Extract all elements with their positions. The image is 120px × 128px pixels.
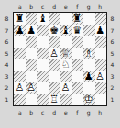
square-g1[interactable]: ♔ xyxy=(83,94,95,106)
file-label-e: e xyxy=(60,2,72,11)
square-a8[interactable]: ♜ xyxy=(14,13,26,25)
white-pawn: ♙ xyxy=(49,48,61,60)
square-b4[interactable] xyxy=(26,59,38,71)
square-f3[interactable] xyxy=(72,71,84,83)
rank-label-1: 1 xyxy=(108,94,117,106)
rank-label-3: 3 xyxy=(2,71,11,83)
square-a2[interactable]: ♙ xyxy=(14,82,26,94)
square-g6[interactable] xyxy=(83,36,95,48)
square-b6[interactable] xyxy=(26,36,38,48)
white-king: ♔ xyxy=(83,94,95,106)
rank-label-2: 2 xyxy=(108,82,117,94)
rank-label-1: 1 xyxy=(2,94,11,106)
rank-label-2: 2 xyxy=(2,82,11,94)
square-h7[interactable]: ♟ xyxy=(95,25,107,37)
rank-label-3: 3 xyxy=(108,71,117,83)
square-g5[interactable]: ♗ xyxy=(83,48,95,60)
square-e2[interactable]: ♙ xyxy=(60,82,72,94)
square-g8[interactable] xyxy=(83,13,95,25)
square-c6[interactable] xyxy=(37,36,49,48)
white-pawn: ♙ xyxy=(26,82,38,94)
square-d1[interactable]: ♖ xyxy=(49,94,61,106)
square-d3[interactable] xyxy=(49,71,61,83)
rank-label-7: 7 xyxy=(108,25,117,37)
white-rook: ♖ xyxy=(49,94,61,106)
square-h8[interactable] xyxy=(95,13,107,25)
square-f2[interactable] xyxy=(72,82,84,94)
rank-label-5: 5 xyxy=(2,48,11,60)
rank-label-8: 8 xyxy=(2,13,11,25)
file-label-b: b xyxy=(26,2,38,11)
white-pawn: ♙ xyxy=(14,82,26,94)
square-h5[interactable] xyxy=(95,48,107,60)
black-pawn: ♟ xyxy=(95,25,107,37)
square-h2[interactable] xyxy=(95,82,107,94)
file-label-g: g xyxy=(83,2,95,11)
black-bishop: ♝ xyxy=(60,25,72,37)
square-c1[interactable] xyxy=(37,94,49,106)
square-d7[interactable]: ♚ xyxy=(49,25,61,37)
white-knight: ♘ xyxy=(60,59,72,71)
file-label-h: h xyxy=(95,2,107,11)
square-a6[interactable] xyxy=(14,36,26,48)
square-f7[interactable]: ♛ xyxy=(72,25,84,37)
square-f6[interactable] xyxy=(72,36,84,48)
black-queen: ♛ xyxy=(72,25,84,37)
file-labels-bottom: abcdefgh xyxy=(14,108,106,117)
square-e6[interactable] xyxy=(60,36,72,48)
square-b8[interactable] xyxy=(26,13,38,25)
square-a1[interactable] xyxy=(14,94,26,106)
file-label-c: c xyxy=(37,108,49,117)
square-g4[interactable] xyxy=(83,59,95,71)
square-d4[interactable] xyxy=(49,59,61,71)
white-pawn: ♙ xyxy=(60,82,72,94)
square-b1[interactable] xyxy=(26,94,38,106)
black-bishop: ♝ xyxy=(37,13,49,25)
square-b5[interactable] xyxy=(26,48,38,60)
file-label-d: d xyxy=(49,108,61,117)
file-label-f: f xyxy=(72,2,84,11)
rank-label-6: 6 xyxy=(108,36,117,48)
file-label-a: a xyxy=(14,108,26,117)
square-h4[interactable] xyxy=(95,59,107,71)
file-label-b: b xyxy=(26,108,38,117)
square-f8[interactable]: ♜ xyxy=(72,13,84,25)
square-d8[interactable] xyxy=(49,13,61,25)
black-rook: ♜ xyxy=(14,13,26,25)
rank-label-6: 6 xyxy=(2,36,11,48)
file-label-e: e xyxy=(60,108,72,117)
black-pawn: ♟ xyxy=(83,71,95,83)
square-g2[interactable] xyxy=(83,82,95,94)
rank-label-4: 4 xyxy=(2,59,11,71)
square-h1[interactable] xyxy=(95,94,107,106)
square-e4[interactable]: ♘ xyxy=(60,59,72,71)
black-rook: ♜ xyxy=(72,13,84,25)
square-e7[interactable]: ♝ xyxy=(60,25,72,37)
square-e1[interactable] xyxy=(60,94,72,106)
square-f1[interactable] xyxy=(72,94,84,106)
square-c3[interactable] xyxy=(37,71,49,83)
black-king: ♚ xyxy=(49,25,61,37)
chess-board: ♜♝♜♟♟♚♝♛♟♙♕♗♘♟♙♙♙♙♖♔ xyxy=(13,12,107,106)
square-a7[interactable]: ♟ xyxy=(14,25,26,37)
square-g7[interactable] xyxy=(83,25,95,37)
white-bishop: ♗ xyxy=(83,48,95,60)
square-c5[interactable] xyxy=(37,48,49,60)
square-f4[interactable] xyxy=(72,59,84,71)
square-d6[interactable] xyxy=(49,36,61,48)
rank-label-8: 8 xyxy=(108,13,117,25)
square-a5[interactable] xyxy=(14,48,26,60)
square-c2[interactable] xyxy=(37,82,49,94)
square-h6[interactable] xyxy=(95,36,107,48)
square-a4[interactable] xyxy=(14,59,26,71)
square-b2[interactable]: ♙ xyxy=(26,82,38,94)
square-h3[interactable]: ♙ xyxy=(95,71,107,83)
file-label-c: c xyxy=(37,2,49,11)
square-f5[interactable] xyxy=(72,48,84,60)
rank-label-4: 4 xyxy=(108,59,117,71)
rank-labels-right: 87654321 xyxy=(108,13,117,105)
square-d5[interactable]: ♙ xyxy=(49,48,61,60)
black-pawn: ♟ xyxy=(14,25,26,37)
square-c7[interactable] xyxy=(37,25,49,37)
rank-labels-left: 87654321 xyxy=(2,13,11,105)
rank-label-5: 5 xyxy=(108,48,117,60)
file-labels-top: abcdefgh xyxy=(14,2,106,11)
square-d2[interactable] xyxy=(49,82,61,94)
square-e8[interactable] xyxy=(60,13,72,25)
chess-diagram: abcdefgh 87654321 87654321 abcdefgh ♜♝♜♟… xyxy=(0,0,120,128)
square-c8[interactable]: ♝ xyxy=(37,13,49,25)
file-label-d: d xyxy=(49,2,61,11)
square-c4[interactable] xyxy=(37,59,49,71)
file-label-f: f xyxy=(72,108,84,117)
black-pawn: ♟ xyxy=(26,25,38,37)
square-b7[interactable]: ♟ xyxy=(26,25,38,37)
file-label-h: h xyxy=(95,108,107,117)
rank-label-7: 7 xyxy=(2,25,11,37)
white-pawn: ♙ xyxy=(95,71,107,83)
square-g3[interactable]: ♟ xyxy=(83,71,95,83)
file-label-g: g xyxy=(83,108,95,117)
file-label-a: a xyxy=(14,2,26,11)
